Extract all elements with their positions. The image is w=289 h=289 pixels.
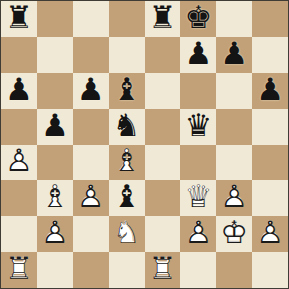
square-f4[interactable] [180,145,216,181]
black-knight-glyph: ♞ [113,110,141,141]
white-pawn[interactable]: ♟♙ [180,216,216,252]
white-king-outline: ♔ [220,217,248,248]
square-f5[interactable]: ♛ [180,109,216,145]
square-e3[interactable] [145,180,181,216]
black-rook[interactable]: ♜ [145,1,181,37]
square-a6[interactable]: ♟ [1,73,37,109]
white-king[interactable]: ♚♔ [216,216,252,252]
square-f3[interactable]: ♛♕ [180,180,216,216]
white-pawn-outline: ♙ [220,182,248,213]
square-d1[interactable] [109,252,145,288]
square-c3[interactable]: ♟♙ [73,180,109,216]
square-h6[interactable]: ♟ [252,73,288,109]
black-rook-glyph: ♜ [149,2,177,33]
black-king[interactable]: ♚ [180,1,216,37]
white-pawn[interactable]: ♟♙ [37,216,73,252]
square-c2[interactable] [73,216,109,252]
white-rook-outline: ♖ [5,253,33,284]
white-bishop[interactable]: ♝♗ [37,180,73,216]
white-rook-outline: ♖ [149,253,177,284]
square-b5[interactable]: ♟ [37,109,73,145]
white-pawn-outline: ♙ [77,182,105,213]
square-a4[interactable]: ♟♙ [1,145,37,181]
black-pawn[interactable]: ♟ [37,109,73,145]
black-pawn-glyph: ♟ [220,38,248,69]
chess-board-frame: ♜♜♚♟♟♟♟♝♟♟♞♛♟♙♝♗♝♗♟♙♝♛♕♟♙♟♙♞♘♟♙♚♔♟♙♜♖♜♖ [0,0,289,289]
square-g6[interactable] [216,73,252,109]
square-a8[interactable]: ♜ [1,1,37,37]
square-d7[interactable] [109,37,145,73]
square-a3[interactable] [1,180,37,216]
square-d5[interactable]: ♞ [109,109,145,145]
square-e4[interactable] [145,145,181,181]
white-bishop-outline: ♗ [41,182,69,213]
black-bishop-glyph: ♝ [113,182,141,213]
square-e8[interactable]: ♜ [145,1,181,37]
black-pawn[interactable]: ♟ [180,37,216,73]
square-h3[interactable] [252,180,288,216]
square-b1[interactable] [37,252,73,288]
white-pawn[interactable]: ♟♙ [73,180,109,216]
square-f1[interactable] [180,252,216,288]
white-pawn-outline: ♙ [256,217,284,248]
square-h7[interactable] [252,37,288,73]
square-g1[interactable] [216,252,252,288]
square-c4[interactable] [73,145,109,181]
black-pawn-glyph: ♟ [77,74,105,105]
black-pawn-glyph: ♟ [5,74,33,105]
white-knight[interactable]: ♞♘ [109,216,145,252]
square-b3[interactable]: ♝♗ [37,180,73,216]
square-h4[interactable] [252,145,288,181]
square-d3[interactable]: ♝ [109,180,145,216]
square-c8[interactable] [73,1,109,37]
square-g7[interactable]: ♟ [216,37,252,73]
square-c1[interactable] [73,252,109,288]
black-pawn-glyph: ♟ [256,74,284,105]
black-bishop[interactable]: ♝ [109,73,145,109]
black-pawn[interactable]: ♟ [216,37,252,73]
black-queen[interactable]: ♛ [180,109,216,145]
white-rook[interactable]: ♜♖ [1,252,37,288]
white-knight-outline: ♘ [113,217,141,248]
square-h2[interactable]: ♟♙ [252,216,288,252]
square-e7[interactable] [145,37,181,73]
black-queen-glyph: ♛ [184,110,212,141]
square-f7[interactable]: ♟ [180,37,216,73]
square-a2[interactable] [1,216,37,252]
black-rook-glyph: ♜ [5,2,33,33]
square-e6[interactable] [145,73,181,109]
black-pawn[interactable]: ♟ [1,73,37,109]
chess-board: ♜♜♚♟♟♟♟♝♟♟♞♛♟♙♝♗♝♗♟♙♝♛♕♟♙♟♙♞♘♟♙♚♔♟♙♜♖♜♖ [1,1,288,288]
square-b6[interactable] [37,73,73,109]
square-h8[interactable] [252,1,288,37]
white-pawn-outline: ♙ [5,146,33,177]
square-a1[interactable]: ♜♖ [1,252,37,288]
square-g3[interactable]: ♟♙ [216,180,252,216]
square-d2[interactable]: ♞♘ [109,216,145,252]
square-f2[interactable]: ♟♙ [180,216,216,252]
square-a5[interactable] [1,109,37,145]
square-d6[interactable]: ♝ [109,73,145,109]
black-pawn[interactable]: ♟ [252,73,288,109]
square-b4[interactable] [37,145,73,181]
square-e2[interactable] [145,216,181,252]
white-pawn-outline: ♙ [184,217,212,248]
square-h1[interactable] [252,252,288,288]
black-pawn-glyph: ♟ [184,38,212,69]
white-pawn[interactable]: ♟♙ [1,145,37,181]
white-pawn-outline: ♙ [41,217,69,248]
square-g8[interactable] [216,1,252,37]
square-f8[interactable]: ♚ [180,1,216,37]
white-pawn[interactable]: ♟♙ [216,180,252,216]
square-d8[interactable] [109,1,145,37]
square-b8[interactable] [37,1,73,37]
black-pawn-glyph: ♟ [41,110,69,141]
white-queen-outline: ♕ [184,182,212,213]
square-b2[interactable]: ♟♙ [37,216,73,252]
black-rook[interactable]: ♜ [1,1,37,37]
square-c6[interactable]: ♟ [73,73,109,109]
white-queen[interactable]: ♛♕ [180,180,216,216]
square-h5[interactable] [252,109,288,145]
square-d4[interactable]: ♝♗ [109,145,145,181]
square-e1[interactable]: ♜♖ [145,252,181,288]
square-c7[interactable] [73,37,109,73]
black-knight[interactable]: ♞ [109,109,145,145]
square-g2[interactable]: ♚♔ [216,216,252,252]
square-f6[interactable] [180,73,216,109]
white-rook[interactable]: ♜♖ [145,252,181,288]
square-b7[interactable] [37,37,73,73]
black-pawn[interactable]: ♟ [73,73,109,109]
square-g4[interactable] [216,145,252,181]
black-king-glyph: ♚ [184,2,212,33]
white-bishop-outline: ♗ [113,146,141,177]
white-bishop[interactable]: ♝♗ [109,145,145,181]
black-bishop-glyph: ♝ [113,74,141,105]
square-a7[interactable] [1,37,37,73]
black-bishop[interactable]: ♝ [109,180,145,216]
square-g5[interactable] [216,109,252,145]
square-c5[interactable] [73,109,109,145]
white-pawn[interactable]: ♟♙ [252,216,288,252]
square-e5[interactable] [145,109,181,145]
